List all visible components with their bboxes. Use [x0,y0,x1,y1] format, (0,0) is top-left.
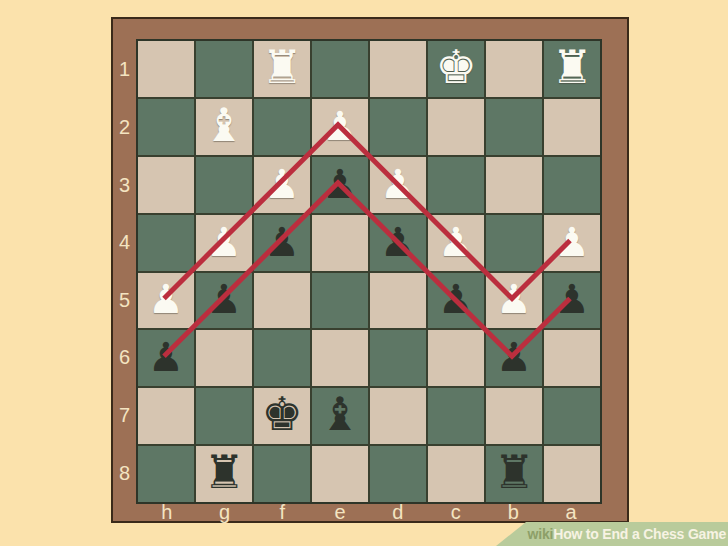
black-pawn: ♟ [264,222,300,262]
white-pawn: ♟ [496,279,532,319]
square-h4 [138,215,194,271]
square-d6 [370,330,426,386]
square-f4: ♟ [254,215,310,271]
white-bishop: ♝ [203,102,244,148]
square-d1 [370,41,426,97]
square-f7: ♚ [254,388,310,444]
file-labels: hgfedcba [138,501,600,522]
square-a1: ♜ [544,41,600,97]
white-pawn: ♟ [438,222,474,262]
square-h8 [138,446,194,502]
square-g4: ♟ [196,215,252,271]
white-pawn: ♟ [380,164,416,204]
square-a5: ♟ [544,273,600,329]
rank-label-4: 4 [113,214,136,272]
square-b6: ♟ [486,330,542,386]
watermark-banner: wikiHow to End a Chess Game [496,522,728,546]
file-label-c: c [427,501,485,522]
square-c6 [428,330,484,386]
square-f5 [254,273,310,329]
square-f8 [254,446,310,502]
square-c2 [428,99,484,155]
black-pawn: ♟ [554,279,590,319]
square-h3 [138,157,194,213]
square-a8 [544,446,600,502]
square-c7 [428,388,484,444]
black-pawn: ♟ [496,337,532,377]
white-pawn: ♟ [206,222,242,262]
square-d8 [370,446,426,502]
square-b7 [486,388,542,444]
square-b8: ♜ [486,446,542,502]
rank-label-5: 5 [113,272,136,330]
square-e4 [312,215,368,271]
white-rook: ♜ [551,44,592,90]
white-pawn: ♟ [264,164,300,204]
square-d5 [370,273,426,329]
file-label-g: g [196,501,254,522]
square-h7 [138,388,194,444]
square-e5 [312,273,368,329]
square-g3 [196,157,252,213]
file-label-b: b [485,501,543,522]
square-e2: ♟ [312,99,368,155]
black-rook: ♜ [203,449,244,495]
black-pawn: ♟ [206,279,242,319]
square-a6 [544,330,600,386]
square-e6 [312,330,368,386]
black-pawn: ♟ [380,222,416,262]
square-f2 [254,99,310,155]
chess-diagram: 12345678 ♜♚♜♝♟♟♟♟♟♟♟♟♟♟♟♟♟♟♟♟♚♝♜♜ hgfedc… [0,0,728,546]
square-d4: ♟ [370,215,426,271]
square-e1 [312,41,368,97]
black-king: ♚ [261,391,302,437]
black-bishop: ♝ [319,391,360,437]
white-pawn: ♟ [554,222,590,262]
square-d3: ♟ [370,157,426,213]
black-rook: ♜ [493,449,534,495]
rank-label-2: 2 [113,99,136,157]
square-b5: ♟ [486,273,542,329]
black-pawn: ♟ [322,164,358,204]
rank-label-3: 3 [113,156,136,214]
square-c4: ♟ [428,215,484,271]
square-d7 [370,388,426,444]
rank-label-1: 1 [113,41,136,99]
square-d2 [370,99,426,155]
square-a7 [544,388,600,444]
square-a2 [544,99,600,155]
square-e7: ♝ [312,388,368,444]
black-pawn: ♟ [148,337,184,377]
rank-label-7: 7 [113,387,136,445]
square-c3 [428,157,484,213]
square-a4: ♟ [544,215,600,271]
square-g6 [196,330,252,386]
square-g8: ♜ [196,446,252,502]
rank-labels: 12345678 [113,41,136,502]
square-h6: ♟ [138,330,194,386]
square-h2 [138,99,194,155]
square-a3 [544,157,600,213]
square-h5: ♟ [138,273,194,329]
rank-label-8: 8 [113,444,136,502]
square-b2 [486,99,542,155]
square-e8 [312,446,368,502]
board-squares: ♜♚♜♝♟♟♟♟♟♟♟♟♟♟♟♟♟♟♟♟♚♝♜♜ [136,39,602,504]
square-h1 [138,41,194,97]
square-c1: ♚ [428,41,484,97]
watermark-title: How to End a Chess Game [553,526,726,542]
square-g5: ♟ [196,273,252,329]
file-label-a: a [542,501,600,522]
square-f1: ♜ [254,41,310,97]
square-b4 [486,215,542,271]
file-label-d: d [369,501,427,522]
file-label-f: f [254,501,312,522]
square-b1 [486,41,542,97]
square-c8 [428,446,484,502]
watermark-brand: wiki [528,526,554,542]
file-label-h: h [138,501,196,522]
square-f3: ♟ [254,157,310,213]
square-c5: ♟ [428,273,484,329]
white-pawn: ♟ [148,279,184,319]
square-g7 [196,388,252,444]
square-e3: ♟ [312,157,368,213]
white-king: ♚ [435,44,476,90]
file-label-e: e [311,501,369,522]
rank-label-6: 6 [113,329,136,387]
black-pawn: ♟ [438,279,474,319]
white-rook: ♜ [261,44,302,90]
white-pawn: ♟ [322,106,358,146]
square-g2: ♝ [196,99,252,155]
square-b3 [486,157,542,213]
square-g1 [196,41,252,97]
square-f6 [254,330,310,386]
